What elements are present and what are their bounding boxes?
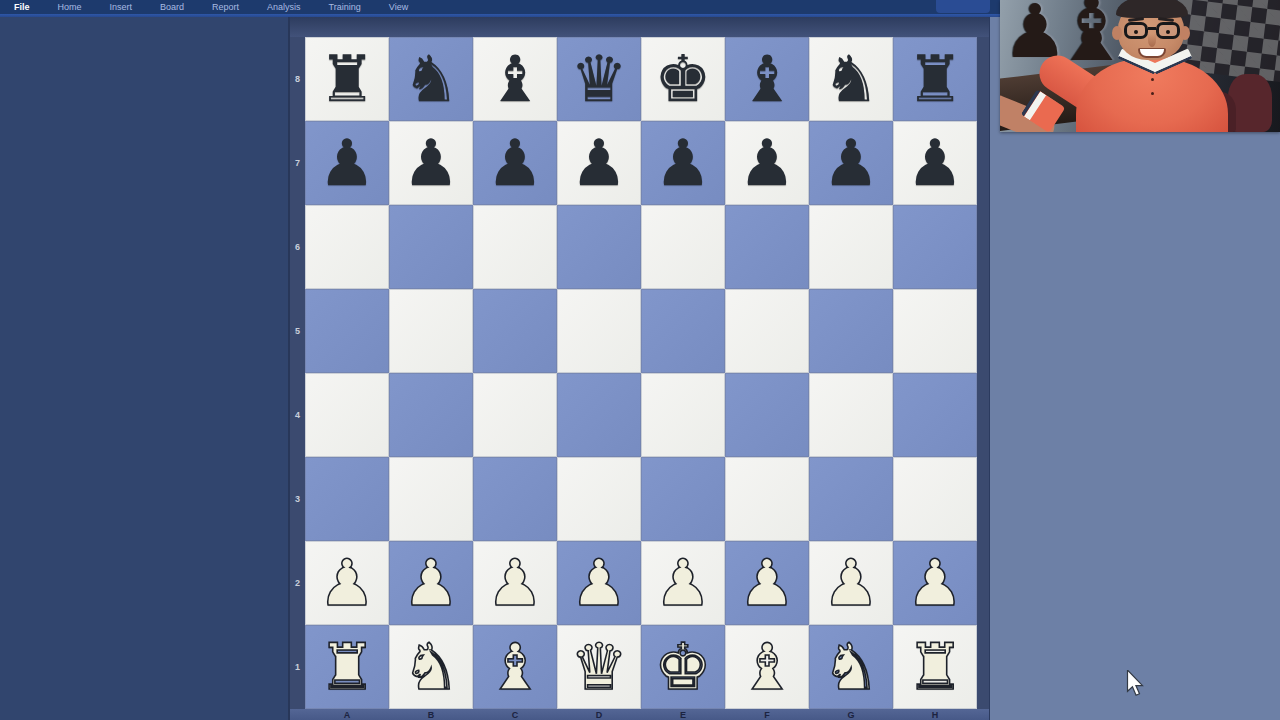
piece-black-bishop-c8[interactable]: ♝ — [486, 37, 543, 121]
square-f5[interactable] — [725, 289, 809, 373]
file-label-a: A — [305, 709, 389, 720]
presenter-ear — [1180, 26, 1190, 40]
piece-black-pawn-g7[interactable]: ♟ — [822, 121, 879, 205]
piece-white-queen-d1[interactable]: ♛ — [570, 625, 627, 709]
piece-black-bishop-f8[interactable]: ♝ — [738, 37, 795, 121]
piece-black-pawn-h7[interactable]: ♟ — [906, 121, 963, 205]
piece-white-pawn-f2[interactable]: ♟ — [738, 541, 795, 625]
piece-black-knight-g8[interactable]: ♞ — [822, 37, 879, 121]
menu-item-analysis[interactable]: Analysis — [253, 2, 315, 12]
menu-item-home[interactable]: Home — [44, 2, 96, 12]
square-e7[interactable]: ♟ — [641, 121, 725, 205]
square-b1[interactable]: ♞ — [389, 625, 473, 709]
ribbon-fragment — [936, 0, 990, 13]
piece-black-pawn-a7[interactable]: ♟ — [318, 121, 375, 205]
square-g4[interactable] — [809, 373, 893, 457]
rank-label-4: 4 — [290, 373, 305, 457]
square-f1[interactable]: ♝ — [725, 625, 809, 709]
file-label-g: G — [809, 709, 893, 720]
square-a7[interactable]: ♟ — [305, 121, 389, 205]
square-f2[interactable]: ♟ — [725, 541, 809, 625]
square-b4[interactable] — [389, 373, 473, 457]
piece-white-king-e1[interactable]: ♚ — [654, 625, 711, 709]
menu-item-report[interactable]: Report — [198, 2, 253, 12]
square-d7[interactable]: ♟ — [557, 121, 641, 205]
piece-white-pawn-c2[interactable]: ♟ — [486, 541, 543, 625]
square-e4[interactable] — [641, 373, 725, 457]
square-a6[interactable] — [305, 205, 389, 289]
piece-white-pawn-g2[interactable]: ♟ — [822, 541, 879, 625]
piece-white-bishop-f1[interactable]: ♝ — [738, 625, 795, 709]
piece-black-knight-b8[interactable]: ♞ — [402, 37, 459, 121]
piece-white-pawn-a2[interactable]: ♟ — [318, 541, 375, 625]
square-c1[interactable]: ♝ — [473, 625, 557, 709]
square-c8[interactable]: ♝ — [473, 37, 557, 121]
rank-label-8: 8 — [290, 37, 305, 121]
square-c2[interactable]: ♟ — [473, 541, 557, 625]
piece-white-pawn-e2[interactable]: ♟ — [654, 541, 711, 625]
square-e8[interactable]: ♚ — [641, 37, 725, 121]
square-g6[interactable] — [809, 205, 893, 289]
piece-black-pawn-e7[interactable]: ♟ — [654, 121, 711, 205]
mouse-cursor — [1126, 670, 1144, 701]
square-d8[interactable]: ♛ — [557, 37, 641, 121]
piece-white-knight-b1[interactable]: ♞ — [402, 625, 459, 709]
piece-black-rook-a8[interactable]: ♜ — [318, 37, 375, 121]
piece-white-pawn-d2[interactable]: ♟ — [570, 541, 627, 625]
presenter-smile — [1138, 48, 1166, 58]
piece-black-pawn-d7[interactable]: ♟ — [570, 121, 627, 205]
square-c3[interactable] — [473, 457, 557, 541]
piece-white-bishop-c1[interactable]: ♝ — [486, 625, 543, 709]
square-d2[interactable]: ♟ — [557, 541, 641, 625]
square-g3[interactable] — [809, 457, 893, 541]
square-a4[interactable] — [305, 373, 389, 457]
piece-black-pawn-f7[interactable]: ♟ — [738, 121, 795, 205]
square-h5[interactable] — [893, 289, 977, 373]
shirt-button — [1151, 78, 1154, 81]
square-b3[interactable] — [389, 457, 473, 541]
square-d4[interactable] — [557, 373, 641, 457]
square-g2[interactable]: ♟ — [809, 541, 893, 625]
square-a3[interactable] — [305, 457, 389, 541]
shirt-button — [1151, 92, 1154, 95]
square-c5[interactable] — [473, 289, 557, 373]
square-a8[interactable]: ♜ — [305, 37, 389, 121]
square-a2[interactable]: ♟ — [305, 541, 389, 625]
square-h8[interactable]: ♜ — [893, 37, 977, 121]
piece-white-rook-h1[interactable]: ♜ — [906, 625, 963, 709]
square-f6[interactable] — [725, 205, 809, 289]
square-e3[interactable] — [641, 457, 725, 541]
file-label-b: B — [389, 709, 473, 720]
menu-item-board[interactable]: Board — [146, 2, 198, 12]
menu-item-file[interactable]: File — [0, 2, 44, 12]
square-h2[interactable]: ♟ — [893, 541, 977, 625]
square-a1[interactable]: ♜ — [305, 625, 389, 709]
square-h7[interactable]: ♟ — [893, 121, 977, 205]
square-e5[interactable] — [641, 289, 725, 373]
file-label-e: E — [641, 709, 725, 720]
square-a5[interactable] — [305, 289, 389, 373]
square-h6[interactable] — [893, 205, 977, 289]
square-d1[interactable]: ♛ — [557, 625, 641, 709]
square-d5[interactable] — [557, 289, 641, 373]
presenter-ear — [1112, 26, 1122, 40]
chess-board: 87654321 ♜♞♝♛♚♝♞♜♟♟♟♟♟♟♟♟♟♟♟♟♟♟♟♟♜♞♝♛♚♝♞… — [288, 16, 990, 720]
square-h4[interactable] — [893, 373, 977, 457]
piece-black-king-e8[interactable]: ♚ — [654, 37, 711, 121]
rank-label-3: 3 — [290, 457, 305, 541]
presenter-nose — [1148, 34, 1156, 47]
square-h1[interactable]: ♜ — [893, 625, 977, 709]
square-f3[interactable] — [725, 457, 809, 541]
file-label-d: D — [557, 709, 641, 720]
square-g5[interactable] — [809, 289, 893, 373]
square-b6[interactable] — [389, 205, 473, 289]
square-f7[interactable]: ♟ — [725, 121, 809, 205]
square-c4[interactable] — [473, 373, 557, 457]
menu-item-insert[interactable]: Insert — [96, 2, 147, 12]
square-d6[interactable] — [557, 205, 641, 289]
piece-white-pawn-b2[interactable]: ♟ — [402, 541, 459, 625]
square-b5[interactable] — [389, 289, 473, 373]
webcam-overlay: ♟ ♝ ♟ — [1000, 0, 1280, 132]
square-h3[interactable] — [893, 457, 977, 541]
presenter-eye — [1166, 30, 1170, 34]
rank-label-6: 6 — [290, 205, 305, 289]
presenter-hair — [1116, 0, 1188, 18]
piece-white-pawn-h2[interactable]: ♟ — [906, 541, 963, 625]
square-e2[interactable]: ♟ — [641, 541, 725, 625]
square-f8[interactable]: ♝ — [725, 37, 809, 121]
square-b8[interactable]: ♞ — [389, 37, 473, 121]
square-b2[interactable]: ♟ — [389, 541, 473, 625]
piece-black-rook-h8[interactable]: ♜ — [906, 37, 963, 121]
menu-item-view[interactable]: View — [375, 2, 422, 12]
file-labels: ABCDEFGH — [305, 709, 977, 720]
rank-label-2: 2 — [290, 541, 305, 625]
file-label-c: C — [473, 709, 557, 720]
square-c6[interactable] — [473, 205, 557, 289]
rank-label-5: 5 — [290, 289, 305, 373]
square-g1[interactable]: ♞ — [809, 625, 893, 709]
piece-black-pawn-c7[interactable]: ♟ — [486, 121, 543, 205]
square-f4[interactable] — [725, 373, 809, 457]
file-label-f: F — [725, 709, 809, 720]
file-label-h: H — [893, 709, 977, 720]
board-squares: ♜♞♝♛♚♝♞♜♟♟♟♟♟♟♟♟♟♟♟♟♟♟♟♟♜♞♝♛♚♝♞♜ — [305, 37, 977, 709]
square-e1[interactable]: ♚ — [641, 625, 725, 709]
rank-labels: 87654321 — [290, 37, 305, 709]
menu-item-training[interactable]: Training — [315, 2, 375, 12]
presenter-eye — [1134, 30, 1138, 34]
glasses-bridge — [1148, 27, 1156, 30]
square-g8[interactable]: ♞ — [809, 37, 893, 121]
rank-label-7: 7 — [290, 121, 305, 205]
piece-white-knight-g1[interactable]: ♞ — [822, 625, 879, 709]
square-b7[interactable]: ♟ — [389, 121, 473, 205]
rank-label-1: 1 — [290, 625, 305, 709]
board-frame-top — [290, 16, 989, 37]
square-e6[interactable] — [641, 205, 725, 289]
left-panel — [0, 16, 288, 720]
square-c7[interactable]: ♟ — [473, 121, 557, 205]
square-g7[interactable]: ♟ — [809, 121, 893, 205]
square-d3[interactable] — [557, 457, 641, 541]
piece-black-pawn-b7[interactable]: ♟ — [402, 121, 459, 205]
piece-black-queen-d8[interactable]: ♛ — [570, 37, 627, 121]
piece-white-rook-a1[interactable]: ♜ — [318, 625, 375, 709]
